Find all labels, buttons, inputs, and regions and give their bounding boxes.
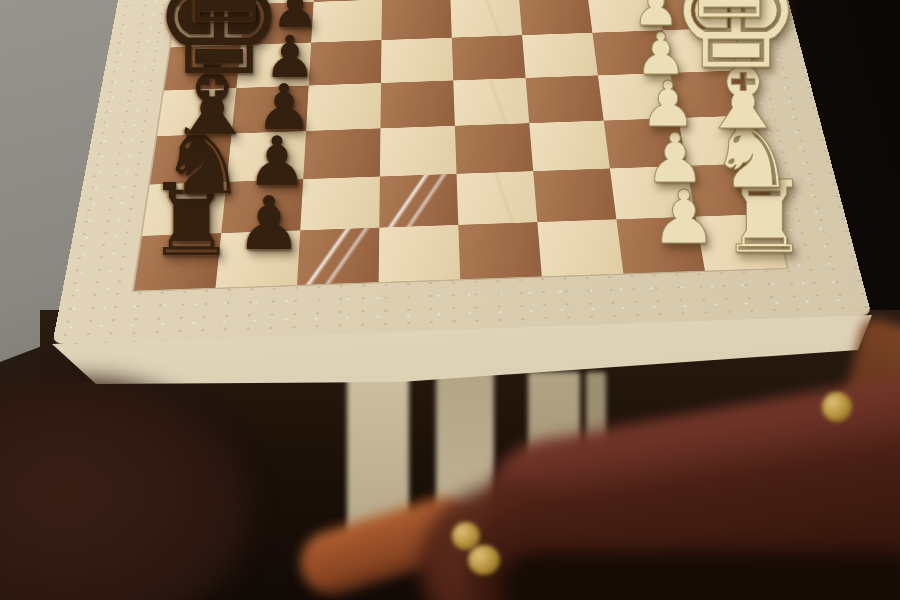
piece-white-pawn-d2[interactable]: ♟ <box>632 0 680 32</box>
chess-photo-scene: ♜♞♝♚♛♟♟♟♟♟♜♞♝♚♛♟♟♟♟♟ <box>0 0 900 600</box>
chair-dark-shadow <box>500 552 900 600</box>
brass-stud <box>468 545 500 575</box>
brass-stud <box>822 392 852 422</box>
piece-black-pawn-d7[interactable]: ♟ <box>271 0 319 34</box>
